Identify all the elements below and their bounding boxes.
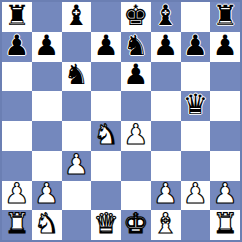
square-a4[interactable]: [2, 121, 32, 151]
square-a3[interactable]: [2, 151, 32, 181]
square-h6[interactable]: [210, 62, 240, 92]
square-g4[interactable]: [181, 121, 211, 151]
square-d5[interactable]: [91, 91, 121, 121]
square-d4[interactable]: ♞: [91, 121, 121, 151]
piece-white-pawn: ♟: [64, 151, 89, 179]
piece-white-rook: ♜: [213, 210, 238, 238]
piece-black-king: ♚: [123, 2, 148, 30]
square-g3[interactable]: [181, 151, 211, 181]
square-b3[interactable]: [32, 151, 62, 181]
piece-black-rook: ♜: [4, 2, 29, 30]
square-h8[interactable]: ♜: [210, 2, 240, 32]
square-e5[interactable]: [121, 91, 151, 121]
square-h4[interactable]: [210, 121, 240, 151]
square-a8[interactable]: ♜: [2, 2, 32, 32]
square-h1[interactable]: ♜: [210, 210, 240, 240]
square-d1[interactable]: ♛: [91, 210, 121, 240]
piece-white-bishop: ♝: [153, 210, 178, 238]
square-a6[interactable]: [2, 62, 32, 92]
square-f3[interactable]: [151, 151, 181, 181]
piece-black-pawn: ♟: [34, 32, 59, 60]
square-c1[interactable]: [62, 210, 92, 240]
square-d3[interactable]: [91, 151, 121, 181]
square-f1[interactable]: ♝: [151, 210, 181, 240]
piece-black-pawn: ♟: [123, 62, 148, 90]
square-d7[interactable]: ♟: [91, 32, 121, 62]
square-h7[interactable]: ♟: [210, 32, 240, 62]
square-c6[interactable]: ♞: [62, 62, 92, 92]
piece-black-queen: ♛: [183, 91, 208, 119]
piece-black-pawn: ♟: [183, 32, 208, 60]
piece-white-rook: ♜: [4, 210, 29, 238]
square-d8[interactable]: [91, 2, 121, 32]
square-b2[interactable]: ♟: [32, 181, 62, 211]
square-g2[interactable]: ♟: [181, 181, 211, 211]
square-g8[interactable]: [181, 2, 211, 32]
square-c2[interactable]: [62, 181, 92, 211]
square-a2[interactable]: ♟: [2, 181, 32, 211]
piece-black-bishop: ♝: [153, 2, 178, 30]
piece-white-pawn: ♟: [123, 121, 148, 149]
piece-black-bishop: ♝: [64, 2, 89, 30]
square-f2[interactable]: ♟: [151, 181, 181, 211]
piece-black-rook: ♜: [213, 2, 238, 30]
square-g5[interactable]: ♛: [181, 91, 211, 121]
square-e8[interactable]: ♚: [121, 2, 151, 32]
square-e4[interactable]: ♟: [121, 121, 151, 151]
square-c8[interactable]: ♝: [62, 2, 92, 32]
square-a1[interactable]: ♜: [2, 210, 32, 240]
piece-white-pawn: ♟: [34, 181, 59, 209]
square-a7[interactable]: ♟: [2, 32, 32, 62]
piece-black-knight: ♞: [64, 62, 89, 90]
square-b1[interactable]: ♞: [32, 210, 62, 240]
piece-black-pawn: ♟: [4, 32, 29, 60]
square-d2[interactable]: [91, 181, 121, 211]
square-g1[interactable]: [181, 210, 211, 240]
square-f7[interactable]: ♟: [151, 32, 181, 62]
square-f5[interactable]: [151, 91, 181, 121]
piece-white-pawn: ♟: [153, 181, 178, 209]
square-b4[interactable]: [32, 121, 62, 151]
square-e3[interactable]: [121, 151, 151, 181]
square-a5[interactable]: [2, 91, 32, 121]
square-e6[interactable]: ♟: [121, 62, 151, 92]
piece-black-pawn: ♟: [213, 32, 238, 60]
piece-white-pawn: ♟: [183, 181, 208, 209]
piece-black-pawn: ♟: [94, 32, 119, 60]
square-f8[interactable]: ♝: [151, 2, 181, 32]
square-g7[interactable]: ♟: [181, 32, 211, 62]
square-c7[interactable]: [62, 32, 92, 62]
square-g6[interactable]: [181, 62, 211, 92]
piece-white-queen: ♛: [94, 210, 119, 238]
piece-white-knight: ♞: [34, 210, 59, 238]
square-b5[interactable]: [32, 91, 62, 121]
square-h5[interactable]: [210, 91, 240, 121]
square-b8[interactable]: [32, 2, 62, 32]
square-e1[interactable]: ♚: [121, 210, 151, 240]
square-f6[interactable]: [151, 62, 181, 92]
square-f4[interactable]: [151, 121, 181, 151]
piece-white-king: ♚: [123, 210, 148, 238]
chess-board: ♜♝♚♝♜♟♟♟♞♟♟♟♞♟♛♞♟♟♟♟♟♟♟♜♞♛♚♝♜: [0, 0, 242, 242]
square-h3[interactable]: [210, 151, 240, 181]
square-c5[interactable]: [62, 91, 92, 121]
square-d6[interactable]: [91, 62, 121, 92]
piece-black-pawn: ♟: [153, 32, 178, 60]
square-h2[interactable]: ♟: [210, 181, 240, 211]
square-b6[interactable]: [32, 62, 62, 92]
piece-white-pawn: ♟: [213, 181, 238, 209]
square-e2[interactable]: [121, 181, 151, 211]
square-c4[interactable]: [62, 121, 92, 151]
square-e7[interactable]: ♞: [121, 32, 151, 62]
square-b7[interactable]: ♟: [32, 32, 62, 62]
piece-white-pawn: ♟: [4, 181, 29, 209]
piece-white-knight: ♞: [94, 121, 119, 149]
square-c3[interactable]: ♟: [62, 151, 92, 181]
piece-black-knight: ♞: [123, 32, 148, 60]
